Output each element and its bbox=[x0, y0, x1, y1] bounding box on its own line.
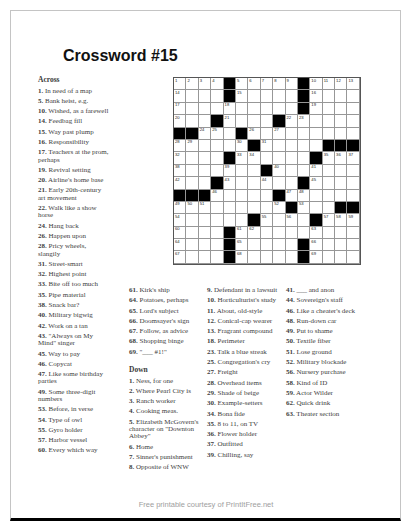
clue-down-62: 62. Quick drink bbox=[286, 400, 384, 407]
cell-number-53: 53 bbox=[299, 201, 304, 206]
cell-r11c3[interactable]: 51 bbox=[199, 202, 211, 214]
cell-number-54: 54 bbox=[175, 214, 180, 219]
crossword-grid: 1234567891011121314151617181920212223242… bbox=[173, 77, 361, 265]
cell-r1c9[interactable]: 8 bbox=[273, 78, 285, 90]
cell-r8c3[interactable] bbox=[199, 165, 211, 177]
black-cell-r4c9 bbox=[273, 115, 285, 127]
cell-r14c13[interactable] bbox=[323, 239, 335, 251]
cell-r4c7[interactable] bbox=[248, 115, 260, 127]
cell-r2c13[interactable] bbox=[323, 90, 335, 102]
cell-r3c2[interactable] bbox=[186, 103, 198, 115]
cell-r2c12[interactable]: 16 bbox=[310, 90, 322, 102]
cell-r7c10[interactable] bbox=[286, 152, 298, 164]
cell-r8c1[interactable]: 38 bbox=[174, 165, 186, 177]
black-cell-r3c11 bbox=[298, 103, 310, 115]
cell-number-17: 17 bbox=[175, 102, 180, 107]
cell-r1c8[interactable]: 7 bbox=[261, 78, 273, 90]
clue-down-63: 63. Theater section bbox=[286, 411, 384, 418]
cell-r4c13[interactable] bbox=[323, 115, 335, 127]
cell-r5c7[interactable]: 26 bbox=[248, 128, 260, 140]
cell-r12c6[interactable] bbox=[236, 214, 248, 226]
cell-r1c12[interactable]: 10 bbox=[310, 78, 322, 90]
cell-r6c2[interactable]: 29 bbox=[186, 140, 198, 152]
clue-across-17: 17. Teachers at the prom, perhaps bbox=[38, 149, 110, 164]
cell-r8c12[interactable]: 41 bbox=[310, 165, 322, 177]
cell-r13c9[interactable] bbox=[273, 227, 285, 239]
cell-r13c13[interactable] bbox=[323, 227, 335, 239]
cell-number-56: 56 bbox=[287, 214, 292, 219]
black-cell-r10c9 bbox=[273, 190, 285, 202]
cell-r12c8[interactable]: 55 bbox=[261, 214, 273, 226]
clue-across-49: 49. Some three-digit numbers bbox=[38, 389, 110, 404]
cell-r11c12[interactable] bbox=[310, 202, 322, 214]
cell-r9c2[interactable] bbox=[186, 177, 198, 189]
cell-r4c12[interactable] bbox=[310, 115, 322, 127]
cell-r11c9[interactable]: 52 bbox=[273, 202, 285, 214]
cell-r7c9[interactable] bbox=[273, 152, 285, 164]
cell-r1c14[interactable]: 12 bbox=[335, 78, 347, 90]
cell-r13c8[interactable] bbox=[261, 227, 273, 239]
cell-r3c1[interactable]: 17 bbox=[174, 103, 186, 115]
cell-number-18: 18 bbox=[225, 102, 230, 107]
cell-r13c3[interactable] bbox=[199, 227, 211, 239]
black-cell-r5c6 bbox=[236, 128, 248, 140]
cell-r14c4[interactable] bbox=[211, 239, 223, 251]
cell-r11c6[interactable] bbox=[236, 202, 248, 214]
cell-r3c8[interactable] bbox=[261, 103, 273, 115]
cell-number-31: 31 bbox=[262, 139, 267, 144]
clue-across-54: 54. Type of owl bbox=[38, 417, 110, 424]
clue-down-4: 4. Cooking meas. bbox=[129, 408, 205, 415]
cell-r8c4[interactable] bbox=[211, 165, 223, 177]
cell-r7c13[interactable]: 35 bbox=[323, 152, 335, 164]
cell-r11c11[interactable]: 53 bbox=[298, 202, 310, 214]
cell-r12c3[interactable] bbox=[199, 214, 211, 226]
cell-r14c12[interactable]: 66 bbox=[310, 239, 322, 251]
cell-r15c6[interactable]: 68 bbox=[236, 251, 248, 263]
cell-r10c5[interactable] bbox=[224, 190, 236, 202]
cell-r14c8[interactable] bbox=[261, 239, 273, 251]
cell-r10c12[interactable] bbox=[310, 190, 322, 202]
cell-r14c3[interactable] bbox=[199, 239, 211, 251]
black-cell-r9c11 bbox=[298, 177, 310, 189]
cell-number-33: 33 bbox=[237, 152, 242, 157]
clue-across-22: 22. Walk like a show horse bbox=[38, 205, 110, 220]
cell-number-20: 20 bbox=[175, 115, 180, 120]
clue-down-30: 30. Example-setters bbox=[207, 400, 283, 407]
black-cell-r12c7 bbox=[248, 214, 260, 226]
cell-r13c14[interactable] bbox=[335, 227, 347, 239]
cell-r6c11[interactable] bbox=[298, 140, 310, 152]
cell-r10c15[interactable] bbox=[347, 190, 359, 202]
clue-down-58: 58. Kind of ID bbox=[286, 380, 384, 387]
clue-down-3: 3. Ranch worker bbox=[129, 398, 205, 405]
clue-down-35: 35. 8 to 11, on TV bbox=[207, 421, 283, 428]
cell-r9c8[interactable]: 44 bbox=[261, 177, 273, 189]
cell-r4c5[interactable]: 21 bbox=[224, 115, 236, 127]
clue-across-53: 53. Before, in verse bbox=[38, 406, 110, 413]
clue-across-15: 15. Way past plump bbox=[38, 129, 110, 136]
cell-r9c3[interactable] bbox=[199, 177, 211, 189]
cell-r1c6[interactable]: 5 bbox=[236, 78, 248, 90]
cell-r3c3[interactable] bbox=[199, 103, 211, 115]
cell-r3c6[interactable] bbox=[236, 103, 248, 115]
black-cell-r14c11 bbox=[298, 239, 310, 251]
cell-r14c1[interactable]: 64 bbox=[174, 239, 186, 251]
cell-r7c7[interactable]: 34 bbox=[248, 152, 260, 164]
cell-r10c6[interactable] bbox=[236, 190, 248, 202]
cell-r2c2[interactable] bbox=[186, 90, 198, 102]
cell-r15c7[interactable] bbox=[248, 251, 260, 263]
cell-r14c10[interactable] bbox=[286, 239, 298, 251]
cell-r3c4[interactable] bbox=[211, 103, 223, 115]
cell-r6c5[interactable] bbox=[224, 140, 236, 152]
cell-r5c12[interactable] bbox=[310, 128, 322, 140]
black-cell-r1c11 bbox=[298, 78, 310, 90]
clue-down-36: 36. Flower holder bbox=[207, 431, 283, 438]
clue-across-47: 47. Like some birthday parties bbox=[38, 371, 110, 386]
cell-r7c15[interactable]: 37 bbox=[347, 152, 359, 164]
cell-number-43: 43 bbox=[225, 177, 230, 182]
cell-r1c15[interactable]: 13 bbox=[347, 78, 359, 90]
cell-r7c3[interactable] bbox=[199, 152, 211, 164]
cell-r15c12[interactable]: 69 bbox=[310, 251, 322, 263]
cell-r8c6[interactable] bbox=[236, 165, 248, 177]
cell-number-13: 13 bbox=[348, 78, 353, 83]
cell-r4c14[interactable] bbox=[335, 115, 347, 127]
black-cell-r1c5 bbox=[224, 78, 236, 90]
cell-r8c5[interactable]: 39 bbox=[224, 165, 236, 177]
cell-r6c1[interactable]: 28 bbox=[174, 140, 186, 152]
cell-number-24: 24 bbox=[200, 127, 205, 132]
cell-r5c9[interactable]: 27 bbox=[273, 128, 285, 140]
clue-down-41: 41. ___ and anon bbox=[286, 287, 384, 294]
cell-r7c14[interactable]: 36 bbox=[335, 152, 347, 164]
cell-r7c11[interactable] bbox=[298, 152, 310, 164]
clue-down-9: 9. Defendant in a lawsuit bbox=[207, 287, 283, 294]
cell-r2c3[interactable] bbox=[199, 90, 211, 102]
black-cell-r5c2 bbox=[186, 128, 198, 140]
cell-r15c14[interactable] bbox=[335, 251, 347, 263]
cell-r10c7[interactable] bbox=[248, 190, 260, 202]
cell-r2c7[interactable] bbox=[248, 90, 260, 102]
cell-r6c9[interactable] bbox=[273, 140, 285, 152]
black-cell-r8c8 bbox=[261, 165, 273, 177]
cell-r1c1[interactable]: 1 bbox=[174, 78, 186, 90]
clue-across-10: 10. Wished, as a farewell bbox=[38, 108, 110, 115]
cell-r15c13[interactable] bbox=[323, 251, 335, 263]
cell-r2c9[interactable] bbox=[273, 90, 285, 102]
cell-r5c14[interactable] bbox=[335, 128, 347, 140]
cell-number-44: 44 bbox=[262, 177, 267, 182]
cell-number-26: 26 bbox=[249, 127, 254, 132]
cell-r2c15[interactable] bbox=[347, 90, 359, 102]
cell-r13c11[interactable] bbox=[298, 227, 310, 239]
cell-r9c9[interactable] bbox=[273, 177, 285, 189]
cell-r15c1[interactable]: 67 bbox=[174, 251, 186, 263]
cell-r12c15[interactable]: 59 bbox=[347, 214, 359, 226]
cell-r10c11[interactable]: 48 bbox=[298, 190, 310, 202]
cell-r3c13[interactable] bbox=[323, 103, 335, 115]
cell-r5c4[interactable]: 25 bbox=[211, 128, 223, 140]
clue-down-48: 48. Run-down car bbox=[286, 318, 384, 325]
cell-r5c11[interactable] bbox=[298, 128, 310, 140]
cell-r2c4[interactable] bbox=[211, 90, 223, 102]
cell-r1c4[interactable]: 4 bbox=[211, 78, 223, 90]
cell-r13c12[interactable]: 63 bbox=[310, 227, 322, 239]
cell-r1c10[interactable]: 9 bbox=[286, 78, 298, 90]
cell-r5c5[interactable] bbox=[224, 128, 236, 140]
cell-r3c5[interactable]: 18 bbox=[224, 103, 236, 115]
cell-r2c8[interactable] bbox=[261, 90, 273, 102]
cell-r3c7[interactable] bbox=[248, 103, 260, 115]
cell-r12c14[interactable]: 58 bbox=[335, 214, 347, 226]
cell-r5c15[interactable] bbox=[347, 128, 359, 140]
cell-r13c15[interactable] bbox=[347, 227, 359, 239]
cell-r8c15[interactable] bbox=[347, 165, 359, 177]
cell-number-60: 60 bbox=[175, 226, 180, 231]
cell-r14c6[interactable]: 65 bbox=[236, 239, 248, 251]
cell-r13c10[interactable] bbox=[286, 227, 298, 239]
cell-r10c8[interactable] bbox=[261, 190, 273, 202]
cell-r14c7[interactable] bbox=[248, 239, 260, 251]
cell-r11c7[interactable] bbox=[248, 202, 260, 214]
cell-r6c12[interactable] bbox=[310, 140, 322, 152]
clue-down-44: 44. Sovereign's staff bbox=[286, 297, 384, 304]
cell-r15c4[interactable] bbox=[211, 251, 223, 263]
cell-r9c15[interactable] bbox=[347, 177, 359, 189]
cell-r12c10[interactable]: 56 bbox=[286, 214, 298, 226]
clue-across-43: 43. "Always on My Mind" singer bbox=[38, 333, 110, 348]
cell-r8c2[interactable] bbox=[186, 165, 198, 177]
cell-r11c5[interactable] bbox=[224, 202, 236, 214]
cell-number-15: 15 bbox=[237, 90, 242, 95]
clue-down-8: 8. Opposite of WNW bbox=[129, 464, 205, 471]
cell-number-9: 9 bbox=[287, 78, 289, 83]
cell-r4c10[interactable]: 22 bbox=[286, 115, 298, 127]
cell-r15c9[interactable] bbox=[273, 251, 285, 263]
cell-r4c2[interactable] bbox=[186, 115, 198, 127]
cell-r1c13[interactable]: 11 bbox=[323, 78, 335, 90]
black-cell-r11c14 bbox=[335, 202, 347, 214]
down-heading: Down bbox=[129, 366, 205, 374]
cell-r14c15[interactable] bbox=[347, 239, 359, 251]
cell-r6c3[interactable] bbox=[199, 140, 211, 152]
cell-number-45: 45 bbox=[311, 177, 316, 182]
cell-r14c2[interactable] bbox=[186, 239, 198, 251]
cell-r7c1[interactable]: 32 bbox=[174, 152, 186, 164]
cell-r8c10[interactable] bbox=[286, 165, 298, 177]
clue-across-38: 38. Snack bar? bbox=[38, 302, 110, 309]
cell-r1c2[interactable]: 2 bbox=[186, 78, 198, 90]
across-heading: Across bbox=[38, 76, 110, 84]
cell-r10c10[interactable]: 47 bbox=[286, 190, 298, 202]
cell-r12c9[interactable] bbox=[273, 214, 285, 226]
cell-r10c4[interactable]: 46 bbox=[211, 190, 223, 202]
cell-r9c14[interactable] bbox=[335, 177, 347, 189]
cell-r14c14[interactable] bbox=[335, 239, 347, 251]
cell-r5c8[interactable] bbox=[261, 128, 273, 140]
cell-r7c4[interactable] bbox=[211, 152, 223, 164]
clue-across-57: 57. Harbor vessel bbox=[38, 437, 110, 444]
cell-r13c1[interactable]: 60 bbox=[174, 227, 186, 239]
cell-r6c10[interactable] bbox=[286, 140, 298, 152]
cell-r8c14[interactable] bbox=[335, 165, 347, 177]
cell-r15c2[interactable] bbox=[186, 251, 198, 263]
cell-number-27: 27 bbox=[274, 127, 279, 132]
cell-r8c9[interactable]: 40 bbox=[273, 165, 285, 177]
cell-r13c2[interactable] bbox=[186, 227, 198, 239]
cell-r11c13[interactable] bbox=[323, 202, 335, 214]
cell-r5c10[interactable] bbox=[286, 128, 298, 140]
cell-r5c3[interactable]: 24 bbox=[199, 128, 211, 140]
clue-across-68: 68. Shopping binge bbox=[129, 338, 205, 345]
cell-r1c3[interactable]: 3 bbox=[199, 78, 211, 90]
cell-number-38: 38 bbox=[175, 164, 180, 169]
clue-column-1: Across1. In need of a map5. Bank heist, … bbox=[38, 76, 110, 458]
page-title: Crossword #15 bbox=[63, 46, 178, 66]
cell-r8c13[interactable] bbox=[323, 165, 335, 177]
cell-r13c6[interactable]: 61 bbox=[236, 227, 248, 239]
clue-down-52: 52. Military blockade bbox=[286, 359, 384, 366]
cell-r12c4[interactable] bbox=[211, 214, 223, 226]
clue-down-12: 12. Conical-cap wearer bbox=[207, 318, 283, 325]
cell-r6c6[interactable]: 30 bbox=[236, 140, 248, 152]
cell-r9c13[interactable] bbox=[323, 177, 335, 189]
cell-r9c10[interactable] bbox=[286, 177, 298, 189]
cell-r1c7[interactable]: 6 bbox=[248, 78, 260, 90]
cell-number-23: 23 bbox=[299, 115, 304, 120]
cell-r4c3[interactable] bbox=[199, 115, 211, 127]
clue-down-10: 10. Horticulturist's study bbox=[207, 297, 283, 304]
cell-r4c1[interactable]: 20 bbox=[174, 115, 186, 127]
cell-number-64: 64 bbox=[175, 239, 180, 244]
clue-column-4: 41. ___ and anon44. Sovereign's staff46.… bbox=[286, 287, 384, 421]
cell-r4c11[interactable]: 23 bbox=[298, 115, 310, 127]
cell-r3c14[interactable] bbox=[335, 103, 347, 115]
cell-r2c1[interactable]: 14 bbox=[174, 90, 186, 102]
black-cell-r15c5 bbox=[224, 251, 236, 263]
clue-across-1: 1. In need of a map bbox=[38, 88, 110, 95]
cell-number-14: 14 bbox=[175, 90, 180, 95]
cell-number-2: 2 bbox=[187, 78, 189, 83]
clue-down-23: 23. Talk a blue streak bbox=[207, 349, 283, 356]
cell-number-61: 61 bbox=[237, 226, 242, 231]
cell-number-29: 29 bbox=[187, 139, 192, 144]
cell-r3c15[interactable] bbox=[347, 103, 359, 115]
cell-number-34: 34 bbox=[249, 152, 254, 157]
cell-r9c6[interactable] bbox=[236, 177, 248, 189]
cell-number-69: 69 bbox=[311, 251, 316, 256]
clue-across-45: 45. Way to pay bbox=[38, 351, 110, 358]
clue-across-20: 20. Airline's home base bbox=[38, 177, 110, 184]
cell-r4c6[interactable] bbox=[236, 115, 248, 127]
clue-across-64: 64. Potatoes, perhaps bbox=[129, 297, 205, 304]
cell-r12c11[interactable] bbox=[298, 214, 310, 226]
cell-r4c8[interactable] bbox=[261, 115, 273, 127]
cell-r8c7[interactable] bbox=[248, 165, 260, 177]
clue-down-39: 39. Chilling, say bbox=[207, 452, 283, 459]
black-cell-r7c5 bbox=[224, 152, 236, 164]
cell-r12c1[interactable]: 54 bbox=[174, 214, 186, 226]
clue-across-33: 33. Bite off too much bbox=[38, 281, 110, 288]
cell-number-11: 11 bbox=[324, 78, 328, 83]
clue-down-5: 5. Elizabeth McGovern's character on "Do… bbox=[129, 419, 205, 441]
cell-r11c1[interactable]: 49 bbox=[174, 202, 186, 214]
cell-r10c14[interactable] bbox=[335, 190, 347, 202]
cell-r2c14[interactable] bbox=[335, 90, 347, 102]
black-cell-r10c1 bbox=[174, 190, 186, 202]
cell-number-32: 32 bbox=[175, 152, 180, 157]
cell-r3c9[interactable] bbox=[273, 103, 285, 115]
clue-across-67: 67. Follow, as advice bbox=[129, 328, 205, 335]
cell-r2c6[interactable]: 15 bbox=[236, 90, 248, 102]
cell-number-22: 22 bbox=[287, 115, 292, 120]
clue-down-59: 59. Actor Wilder bbox=[286, 390, 384, 397]
cell-number-51: 51 bbox=[200, 201, 205, 206]
cell-r9c12[interactable]: 45 bbox=[310, 177, 322, 189]
clue-down-46: 46. Like a cheater's deck bbox=[286, 308, 384, 315]
cell-r15c3[interactable] bbox=[199, 251, 211, 263]
cell-r10c13[interactable] bbox=[323, 190, 335, 202]
cell-number-65: 65 bbox=[237, 239, 242, 244]
cell-r13c4[interactable] bbox=[211, 227, 223, 239]
cell-r7c2[interactable] bbox=[186, 152, 198, 164]
black-cell-r11c15 bbox=[347, 202, 359, 214]
cell-number-55: 55 bbox=[262, 214, 267, 219]
cell-r2c10[interactable] bbox=[286, 90, 298, 102]
black-cell-r6c7 bbox=[248, 140, 260, 152]
cell-r13c7[interactable]: 62 bbox=[248, 227, 260, 239]
cell-r14c9[interactable] bbox=[273, 239, 285, 251]
cell-number-59: 59 bbox=[348, 214, 353, 219]
cell-r12c13[interactable]: 57 bbox=[323, 214, 335, 226]
cell-number-37: 37 bbox=[348, 152, 353, 157]
cell-r4c15[interactable] bbox=[347, 115, 359, 127]
cell-r11c2[interactable]: 50 bbox=[186, 202, 198, 214]
cell-r3c10[interactable] bbox=[286, 103, 298, 115]
cell-r15c10[interactable] bbox=[286, 251, 298, 263]
clue-down-56: 56. Nursery purchase bbox=[286, 369, 384, 376]
cell-r9c5[interactable]: 43 bbox=[224, 177, 236, 189]
cell-r5c13[interactable] bbox=[323, 128, 335, 140]
cell-r7c6[interactable]: 33 bbox=[236, 152, 248, 164]
cell-r6c4[interactable] bbox=[211, 140, 223, 152]
cell-r7c8[interactable] bbox=[261, 152, 273, 164]
cell-number-41: 41 bbox=[311, 164, 316, 169]
cell-r9c1[interactable]: 42 bbox=[174, 177, 186, 189]
cell-r11c4[interactable] bbox=[211, 202, 223, 214]
cell-r6c8[interactable]: 31 bbox=[261, 140, 273, 152]
cell-r12c2[interactable] bbox=[186, 214, 198, 226]
cell-number-67: 67 bbox=[175, 251, 180, 256]
cell-number-5: 5 bbox=[237, 78, 239, 83]
clue-down-2: 2. Where Pearl City is bbox=[129, 388, 205, 395]
cell-r11c8[interactable] bbox=[261, 202, 273, 214]
clue-across-66: 66. Doomsayer's sign bbox=[129, 318, 205, 325]
cell-r15c15[interactable] bbox=[347, 251, 359, 263]
cell-number-52: 52 bbox=[274, 201, 279, 206]
cell-number-63: 63 bbox=[311, 226, 316, 231]
cell-r12c5[interactable] bbox=[224, 214, 236, 226]
clue-down-34: 34. Bona fide bbox=[207, 411, 283, 418]
clue-across-16: 16. Responsibility bbox=[38, 139, 110, 146]
cell-r9c7[interactable] bbox=[248, 177, 260, 189]
cell-r8c11[interactable] bbox=[298, 165, 310, 177]
cell-r15c8[interactable] bbox=[261, 251, 273, 263]
cell-r3c12[interactable]: 19 bbox=[310, 103, 322, 115]
cell-number-46: 46 bbox=[212, 189, 217, 194]
